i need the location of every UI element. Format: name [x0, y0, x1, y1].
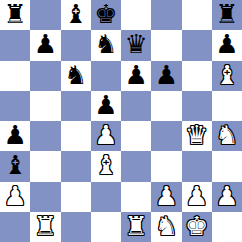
black-bishop-piece[interactable]: ♝ — [64, 1, 87, 27]
black-rook-piece[interactable]: ♜ — [215, 1, 238, 27]
square-e4[interactable] — [121, 121, 151, 151]
black-rook-piece[interactable]: ♜ — [3, 1, 26, 27]
white-knight-piece[interactable]: ♞ — [155, 213, 178, 239]
square-f8[interactable] — [151, 0, 181, 30]
square-a5[interactable] — [0, 91, 30, 121]
square-a2[interactable]: ♟ — [0, 182, 30, 212]
square-d2[interactable] — [91, 182, 121, 212]
white-queen-piece[interactable]: ♛ — [185, 122, 208, 148]
square-f5[interactable] — [151, 91, 181, 121]
square-f6[interactable]: ♟ — [151, 61, 181, 91]
square-g6[interactable] — [182, 61, 212, 91]
square-g8[interactable] — [182, 0, 212, 30]
black-pawn-piece[interactable]: ♟ — [155, 62, 178, 88]
square-f4[interactable] — [151, 121, 181, 151]
square-h2[interactable]: ♟ — [212, 182, 242, 212]
square-d5[interactable]: ♟ — [91, 91, 121, 121]
square-c1[interactable] — [61, 212, 91, 242]
white-pawn-piece[interactable]: ♟ — [3, 183, 26, 209]
black-knight-piece[interactable]: ♞ — [94, 31, 117, 57]
white-pawn-piece[interactable]: ♟ — [185, 183, 208, 209]
square-d4[interactable]: ♟ — [91, 121, 121, 151]
black-pawn-piece[interactable]: ♟ — [34, 31, 57, 57]
square-a6[interactable] — [0, 61, 30, 91]
square-a8[interactable]: ♜ — [0, 0, 30, 30]
square-c8[interactable]: ♝ — [61, 0, 91, 30]
square-h1[interactable] — [212, 212, 242, 242]
square-h8[interactable]: ♜ — [212, 0, 242, 30]
square-b3[interactable] — [30, 151, 60, 181]
black-pawn-piece[interactable]: ♟ — [94, 92, 117, 118]
square-c7[interactable] — [61, 30, 91, 60]
square-a7[interactable] — [0, 30, 30, 60]
square-h5[interactable] — [212, 91, 242, 121]
square-g2[interactable]: ♟ — [182, 182, 212, 212]
white-rook-piece[interactable]: ♜ — [124, 213, 147, 239]
square-f7[interactable] — [151, 30, 181, 60]
black-bishop-piece[interactable]: ♝ — [3, 152, 26, 178]
white-pawn-piece[interactable]: ♟ — [215, 183, 238, 209]
square-e3[interactable] — [121, 151, 151, 181]
square-d7[interactable]: ♞ — [91, 30, 121, 60]
square-c5[interactable] — [61, 91, 91, 121]
square-f3[interactable] — [151, 151, 181, 181]
white-pawn-piece[interactable]: ♟ — [155, 183, 178, 209]
square-b6[interactable] — [30, 61, 60, 91]
square-e5[interactable] — [121, 91, 151, 121]
square-d6[interactable] — [91, 61, 121, 91]
square-a3[interactable]: ♝ — [0, 151, 30, 181]
square-h3[interactable] — [212, 151, 242, 181]
white-rook-piece[interactable]: ♜ — [34, 213, 57, 239]
square-h7[interactable]: ♟ — [212, 30, 242, 60]
square-a4[interactable]: ♟ — [0, 121, 30, 151]
white-pawn-piece[interactable]: ♟ — [94, 122, 117, 148]
square-f2[interactable]: ♟ — [151, 182, 181, 212]
black-queen-piece[interactable]: ♛ — [124, 31, 147, 57]
square-g1[interactable]: ♚ — [182, 212, 212, 242]
square-e2[interactable] — [121, 182, 151, 212]
square-b2[interactable] — [30, 182, 60, 212]
black-pawn-piece[interactable]: ♟ — [215, 31, 238, 57]
chess-board: ♜♝♚♜♟♞♛♟♞♟♟♝♟♟♟♛♞♝♝♟♟♟♟♜♜♞♚ — [0, 0, 242, 242]
black-knight-piece[interactable]: ♞ — [64, 62, 87, 88]
square-c2[interactable] — [61, 182, 91, 212]
square-b5[interactable] — [30, 91, 60, 121]
square-c4[interactable] — [61, 121, 91, 151]
white-knight-piece[interactable]: ♞ — [215, 122, 238, 148]
black-pawn-piece[interactable]: ♟ — [124, 62, 147, 88]
square-a1[interactable] — [0, 212, 30, 242]
square-b4[interactable] — [30, 121, 60, 151]
square-b7[interactable]: ♟ — [30, 30, 60, 60]
square-d3[interactable]: ♝ — [91, 151, 121, 181]
square-g4[interactable]: ♛ — [182, 121, 212, 151]
black-pawn-piece[interactable]: ♟ — [3, 122, 26, 148]
square-b1[interactable]: ♜ — [30, 212, 60, 242]
square-h6[interactable]: ♝ — [212, 61, 242, 91]
square-c3[interactable] — [61, 151, 91, 181]
white-bishop-piece[interactable]: ♝ — [215, 62, 238, 88]
square-g3[interactable] — [182, 151, 212, 181]
square-g7[interactable] — [182, 30, 212, 60]
square-c6[interactable]: ♞ — [61, 61, 91, 91]
square-b8[interactable] — [30, 0, 60, 30]
square-d1[interactable] — [91, 212, 121, 242]
square-f1[interactable]: ♞ — [151, 212, 181, 242]
square-g5[interactable] — [182, 91, 212, 121]
black-king-piece[interactable]: ♚ — [94, 1, 117, 27]
square-d8[interactable]: ♚ — [91, 0, 121, 30]
square-e7[interactable]: ♛ — [121, 30, 151, 60]
square-e6[interactable]: ♟ — [121, 61, 151, 91]
square-h4[interactable]: ♞ — [212, 121, 242, 151]
white-king-piece[interactable]: ♚ — [185, 213, 208, 239]
white-bishop-piece[interactable]: ♝ — [94, 152, 117, 178]
square-e1[interactable]: ♜ — [121, 212, 151, 242]
square-e8[interactable] — [121, 0, 151, 30]
